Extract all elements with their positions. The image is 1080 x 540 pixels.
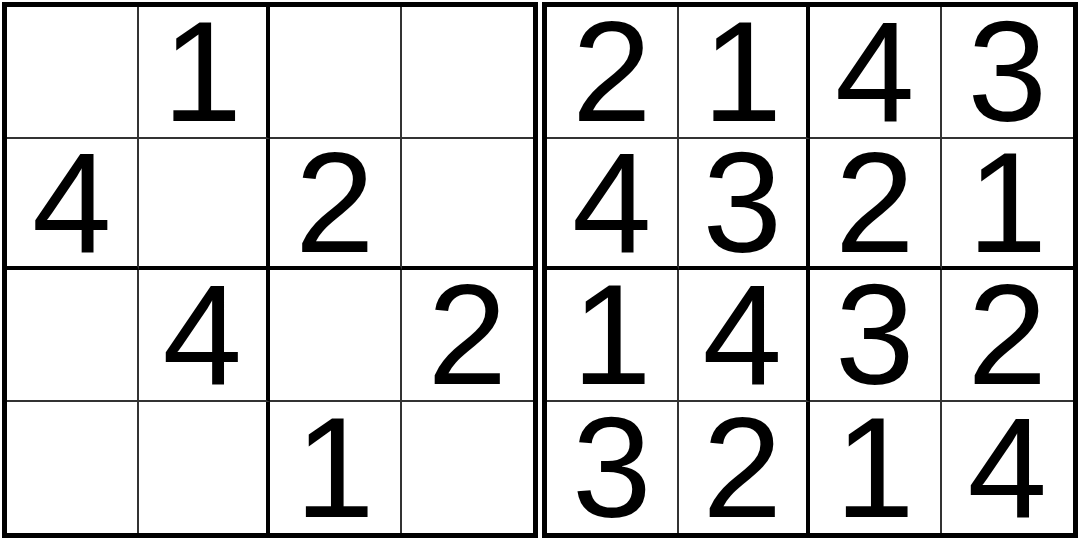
solution-cell-r3c2: 4 — [679, 270, 811, 402]
puzzle-cell-r1c3[interactable] — [270, 7, 402, 139]
puzzle-cell-r3c2[interactable]: 4 — [139, 270, 271, 402]
solution-cell-r2c1: 4 — [547, 139, 679, 271]
puzzle-cell-r3c1[interactable] — [7, 270, 139, 402]
puzzle-cell-r3c4[interactable]: 2 — [402, 270, 534, 402]
solution-board: 2 1 4 3 4 3 2 1 1 4 3 2 3 2 1 4 — [542, 2, 1078, 538]
solution-cell-r2c2: 3 — [679, 139, 811, 271]
solution-cell-r3c1: 1 — [547, 270, 679, 402]
solution-cell-r3c3: 3 — [810, 270, 942, 402]
puzzle-cell-r2c4[interactable] — [402, 139, 534, 271]
puzzle-cell-r4c1[interactable] — [7, 402, 139, 534]
solution-cell-r1c2: 1 — [679, 7, 811, 139]
puzzle-cell-r2c1[interactable]: 4 — [7, 139, 139, 271]
puzzle-cell-r2c3[interactable]: 2 — [270, 139, 402, 271]
puzzle-board: 1 4 2 4 2 1 — [2, 2, 538, 538]
solution-cell-r2c4: 1 — [942, 139, 1074, 271]
puzzle-cell-r2c2[interactable] — [139, 139, 271, 271]
solution-cell-r1c3: 4 — [810, 7, 942, 139]
puzzle-cell-r1c1[interactable] — [7, 7, 139, 139]
solution-cell-r1c1: 2 — [547, 7, 679, 139]
solution-cell-r4c2: 2 — [679, 402, 811, 534]
puzzle-cell-r4c4[interactable] — [402, 402, 534, 534]
solution-cell-r2c3: 2 — [810, 139, 942, 271]
solution-cell-r3c4: 2 — [942, 270, 1074, 402]
solution-cell-r4c4: 4 — [942, 402, 1074, 534]
solution-cell-r1c4: 3 — [942, 7, 1074, 139]
puzzle-cell-r3c3[interactable] — [270, 270, 402, 402]
sudoku-diagram: 1 4 2 4 2 1 2 1 4 3 4 3 2 1 1 4 3 2 3 2 … — [0, 0, 1080, 540]
solution-cell-r4c3: 1 — [810, 402, 942, 534]
puzzle-cell-r1c4[interactable] — [402, 7, 534, 139]
puzzle-cell-r1c2[interactable]: 1 — [139, 7, 271, 139]
puzzle-cell-r4c3[interactable]: 1 — [270, 402, 402, 534]
puzzle-cell-r4c2[interactable] — [139, 402, 271, 534]
solution-cell-r4c1: 3 — [547, 402, 679, 534]
